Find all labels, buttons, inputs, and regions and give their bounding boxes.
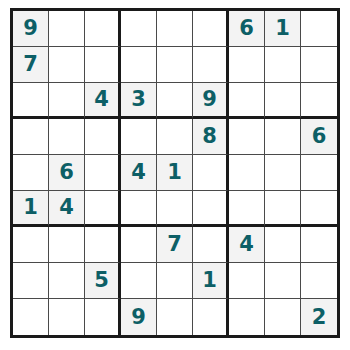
cell-r1c4[interactable] (121, 11, 157, 47)
cell-r8c7[interactable] (229, 263, 265, 299)
cell-r9c6[interactable] (193, 299, 229, 335)
cell-r3c3[interactable]: 4 (85, 83, 121, 119)
cell-r5c5[interactable]: 1 (157, 155, 193, 191)
cell-r6c8[interactable] (265, 191, 301, 227)
cell-r9c3[interactable] (85, 299, 121, 335)
cell-r2c9[interactable] (301, 47, 337, 83)
cell-r9c9[interactable]: 2 (301, 299, 337, 335)
cell-r3c7[interactable] (229, 83, 265, 119)
cell-r3c1[interactable] (13, 83, 49, 119)
cell-r4c5[interactable] (157, 119, 193, 155)
cell-r1c8[interactable]: 1 (265, 11, 301, 47)
cell-r6c6[interactable] (193, 191, 229, 227)
cell-r7c7[interactable]: 4 (229, 227, 265, 263)
cell-r5c3[interactable] (85, 155, 121, 191)
cell-r6c9[interactable] (301, 191, 337, 227)
cell-r4c3[interactable] (85, 119, 121, 155)
cell-r9c5[interactable] (157, 299, 193, 335)
cell-r7c9[interactable] (301, 227, 337, 263)
cell-r1c2[interactable] (49, 11, 85, 47)
cell-r6c5[interactable] (157, 191, 193, 227)
cell-r7c6[interactable] (193, 227, 229, 263)
cell-r7c4[interactable] (121, 227, 157, 263)
cell-r4c7[interactable] (229, 119, 265, 155)
cell-r3c4[interactable]: 3 (121, 83, 157, 119)
cell-r3c2[interactable] (49, 83, 85, 119)
cell-r5c8[interactable] (265, 155, 301, 191)
cell-r4c4[interactable] (121, 119, 157, 155)
cell-r9c1[interactable] (13, 299, 49, 335)
cell-r2c7[interactable] (229, 47, 265, 83)
cell-r2c8[interactable] (265, 47, 301, 83)
cell-r7c1[interactable] (13, 227, 49, 263)
cell-r6c7[interactable] (229, 191, 265, 227)
cell-r7c3[interactable] (85, 227, 121, 263)
cell-r9c4[interactable]: 9 (121, 299, 157, 335)
cell-r4c6[interactable]: 8 (193, 119, 229, 155)
cell-r2c3[interactable] (85, 47, 121, 83)
sudoku-board: 96174398664114745192 (10, 8, 340, 338)
cell-r5c4[interactable]: 4 (121, 155, 157, 191)
cell-r2c6[interactable] (193, 47, 229, 83)
cell-r1c5[interactable] (157, 11, 193, 47)
cell-r9c2[interactable] (49, 299, 85, 335)
cell-r1c3[interactable] (85, 11, 121, 47)
cell-r6c3[interactable] (85, 191, 121, 227)
cell-r3c5[interactable] (157, 83, 193, 119)
cell-r6c1[interactable]: 1 (13, 191, 49, 227)
cell-r5c1[interactable] (13, 155, 49, 191)
cell-r8c1[interactable] (13, 263, 49, 299)
cell-r8c3[interactable]: 5 (85, 263, 121, 299)
cell-r1c6[interactable] (193, 11, 229, 47)
cell-r6c2[interactable]: 4 (49, 191, 85, 227)
cell-r4c2[interactable] (49, 119, 85, 155)
cell-r9c8[interactable] (265, 299, 301, 335)
cell-r8c6[interactable]: 1 (193, 263, 229, 299)
cell-r2c4[interactable] (121, 47, 157, 83)
cell-r3c8[interactable] (265, 83, 301, 119)
cell-r8c5[interactable] (157, 263, 193, 299)
cell-r5c2[interactable]: 6 (49, 155, 85, 191)
cell-r7c5[interactable]: 7 (157, 227, 193, 263)
cell-r9c7[interactable] (229, 299, 265, 335)
cell-r8c9[interactable] (301, 263, 337, 299)
cell-r3c9[interactable] (301, 83, 337, 119)
cell-r8c2[interactable] (49, 263, 85, 299)
cell-r4c8[interactable] (265, 119, 301, 155)
cell-r8c8[interactable] (265, 263, 301, 299)
cell-r1c1[interactable]: 9 (13, 11, 49, 47)
cell-r4c1[interactable] (13, 119, 49, 155)
sudoku-page: 96174398664114745192 (0, 0, 350, 350)
cell-r1c7[interactable]: 6 (229, 11, 265, 47)
cell-r4c9[interactable]: 6 (301, 119, 337, 155)
cell-r2c1[interactable]: 7 (13, 47, 49, 83)
cell-r3c6[interactable]: 9 (193, 83, 229, 119)
cell-r5c7[interactable] (229, 155, 265, 191)
cell-r7c8[interactable] (265, 227, 301, 263)
cell-r7c2[interactable] (49, 227, 85, 263)
cell-r2c5[interactable] (157, 47, 193, 83)
cell-r5c6[interactable] (193, 155, 229, 191)
cell-r2c2[interactable] (49, 47, 85, 83)
cell-r1c9[interactable] (301, 11, 337, 47)
cell-r8c4[interactable] (121, 263, 157, 299)
cell-r6c4[interactable] (121, 191, 157, 227)
cell-r5c9[interactable] (301, 155, 337, 191)
